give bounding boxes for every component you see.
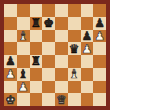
square-g3[interactable] (81, 68, 94, 81)
chess-board: ♜♚♟♝♟♟♛♟♟♜♟♝♝♟♚♛ (0, 0, 110, 110)
square-d4[interactable] (42, 55, 55, 68)
square-c3[interactable] (30, 68, 43, 81)
square-g4[interactable] (81, 55, 94, 68)
piece-black-king-d7[interactable]: ♚ (43, 17, 54, 29)
square-g1[interactable] (81, 93, 94, 106)
square-f2[interactable] (68, 81, 81, 94)
square-a1[interactable]: ♚ (4, 93, 17, 106)
piece-black-pawn-g6[interactable]: ♟ (81, 29, 92, 41)
square-b6[interactable]: ♝ (17, 30, 30, 43)
square-c6[interactable] (30, 30, 43, 43)
square-a8[interactable] (4, 4, 17, 17)
square-h4[interactable] (93, 55, 106, 68)
square-f7[interactable] (68, 17, 81, 30)
square-g2[interactable] (81, 81, 94, 94)
square-d6[interactable] (42, 30, 55, 43)
square-h6[interactable]: ♟ (93, 30, 106, 43)
square-c7[interactable]: ♜ (30, 17, 43, 30)
piece-black-bishop-b3[interactable]: ♝ (18, 68, 29, 80)
square-c4[interactable]: ♜ (30, 55, 43, 68)
piece-black-pawn-a4[interactable]: ♟ (5, 55, 16, 67)
piece-black-queen-f5[interactable]: ♛ (69, 42, 80, 54)
square-a3[interactable]: ♟ (4, 68, 17, 81)
square-b5[interactable] (17, 42, 30, 55)
square-e7[interactable] (55, 17, 68, 30)
piece-black-rook-c7[interactable]: ♜ (30, 17, 41, 29)
square-d1[interactable] (42, 93, 55, 106)
piece-white-pawn-h6[interactable]: ♟ (94, 29, 105, 41)
square-h2[interactable] (93, 81, 106, 94)
square-f3[interactable]: ♝ (68, 68, 81, 81)
square-f1[interactable] (68, 93, 81, 106)
square-d2[interactable] (42, 81, 55, 94)
piece-white-queen-e1[interactable]: ♛ (56, 93, 67, 105)
piece-white-king-a1[interactable]: ♚ (5, 93, 16, 105)
chess-board-grid: ♜♚♟♝♟♟♛♟♟♜♟♝♝♟♚♛ (4, 4, 106, 106)
square-b1[interactable] (17, 93, 30, 106)
square-c1[interactable] (30, 93, 43, 106)
square-e4[interactable] (55, 55, 68, 68)
square-b8[interactable] (17, 4, 30, 17)
square-g8[interactable] (81, 4, 94, 17)
piece-white-bishop-b6[interactable]: ♝ (18, 29, 29, 41)
piece-white-pawn-b2[interactable]: ♟ (18, 80, 29, 92)
square-d7[interactable]: ♚ (42, 17, 55, 30)
square-e5[interactable] (55, 42, 68, 55)
square-h5[interactable] (93, 42, 106, 55)
square-e6[interactable] (55, 30, 68, 43)
square-a7[interactable] (4, 17, 17, 30)
square-h1[interactable] (93, 93, 106, 106)
square-h3[interactable] (93, 68, 106, 81)
piece-white-bishop-f3[interactable]: ♝ (69, 68, 80, 80)
square-e8[interactable] (55, 4, 68, 17)
square-f5[interactable]: ♛ (68, 42, 81, 55)
square-a6[interactable] (4, 30, 17, 43)
square-e3[interactable] (55, 68, 68, 81)
square-c2[interactable] (30, 81, 43, 94)
piece-white-pawn-g5[interactable]: ♟ (81, 42, 92, 54)
piece-white-pawn-a3[interactable]: ♟ (5, 68, 16, 80)
piece-black-pawn-h7[interactable]: ♟ (94, 17, 105, 29)
square-b2[interactable]: ♟ (17, 81, 30, 94)
square-e1[interactable]: ♛ (55, 93, 68, 106)
square-d5[interactable] (42, 42, 55, 55)
piece-black-rook-c4[interactable]: ♜ (30, 55, 41, 67)
square-d3[interactable] (42, 68, 55, 81)
screenshot-canvas: ♜♚♟♝♟♟♛♟♟♜♟♝♝♟♚♛ (0, 0, 147, 110)
square-g5[interactable]: ♟ (81, 42, 94, 55)
square-f8[interactable] (68, 4, 81, 17)
